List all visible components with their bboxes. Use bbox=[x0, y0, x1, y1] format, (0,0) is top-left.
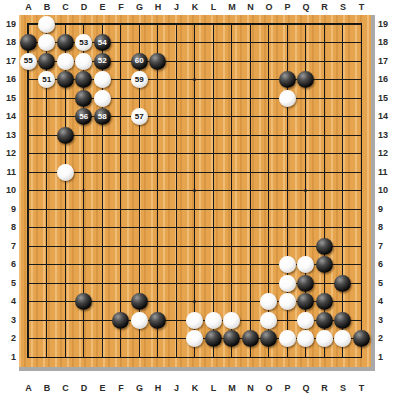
intersection-F4[interactable] bbox=[112, 293, 131, 312]
intersection-P4[interactable] bbox=[278, 293, 297, 312]
intersection-D6[interactable] bbox=[75, 256, 94, 275]
intersection-H12[interactable] bbox=[149, 145, 168, 164]
intersection-F10[interactable] bbox=[112, 182, 131, 201]
intersection-G16[interactable]: 59 bbox=[130, 71, 149, 90]
intersection-Q10[interactable] bbox=[297, 182, 316, 201]
intersection-K17[interactable] bbox=[186, 52, 205, 71]
intersection-G2[interactable] bbox=[130, 330, 149, 349]
intersection-P11[interactable] bbox=[278, 163, 297, 182]
intersection-R15[interactable] bbox=[315, 89, 334, 108]
intersection-F13[interactable] bbox=[112, 126, 131, 145]
intersection-C7[interactable] bbox=[56, 237, 75, 256]
intersection-H9[interactable] bbox=[149, 200, 168, 219]
intersection-O15[interactable] bbox=[260, 89, 279, 108]
intersection-B15[interactable] bbox=[38, 89, 57, 108]
intersection-J1[interactable] bbox=[167, 348, 186, 367]
intersection-D12[interactable] bbox=[75, 145, 94, 164]
intersection-O17[interactable] bbox=[260, 52, 279, 71]
intersection-P14[interactable] bbox=[278, 108, 297, 127]
intersection-T11[interactable] bbox=[352, 163, 371, 182]
intersection-J7[interactable] bbox=[167, 237, 186, 256]
intersection-L2[interactable] bbox=[204, 330, 223, 349]
intersection-B10[interactable] bbox=[38, 182, 57, 201]
intersection-N11[interactable] bbox=[241, 163, 260, 182]
intersection-N13[interactable] bbox=[241, 126, 260, 145]
intersection-G7[interactable] bbox=[130, 237, 149, 256]
intersection-M4[interactable] bbox=[223, 293, 242, 312]
intersection-Q7[interactable] bbox=[297, 237, 316, 256]
intersection-Q14[interactable] bbox=[297, 108, 316, 127]
intersection-T17[interactable] bbox=[352, 52, 371, 71]
intersection-E11[interactable] bbox=[93, 163, 112, 182]
intersection-K15[interactable] bbox=[186, 89, 205, 108]
intersection-G5[interactable] bbox=[130, 274, 149, 293]
intersection-R18[interactable] bbox=[315, 34, 334, 53]
intersection-E5[interactable] bbox=[93, 274, 112, 293]
intersection-A9[interactable] bbox=[19, 200, 38, 219]
intersection-N1[interactable] bbox=[241, 348, 260, 367]
intersection-K14[interactable] bbox=[186, 108, 205, 127]
intersection-P3[interactable] bbox=[278, 311, 297, 330]
intersection-E18[interactable]: 54 bbox=[93, 34, 112, 53]
intersection-T18[interactable] bbox=[352, 34, 371, 53]
intersection-L16[interactable] bbox=[204, 71, 223, 90]
intersection-J17[interactable] bbox=[167, 52, 186, 71]
intersection-Q4[interactable] bbox=[297, 293, 316, 312]
intersection-G14[interactable]: 57 bbox=[130, 108, 149, 127]
intersection-H11[interactable] bbox=[149, 163, 168, 182]
intersection-M11[interactable] bbox=[223, 163, 242, 182]
intersection-Q8[interactable] bbox=[297, 219, 316, 238]
intersection-G9[interactable] bbox=[130, 200, 149, 219]
intersection-L7[interactable] bbox=[204, 237, 223, 256]
intersection-P7[interactable] bbox=[278, 237, 297, 256]
intersection-L3[interactable] bbox=[204, 311, 223, 330]
intersection-E19[interactable] bbox=[93, 15, 112, 34]
intersection-K10[interactable] bbox=[186, 182, 205, 201]
intersection-O13[interactable] bbox=[260, 126, 279, 145]
intersection-O12[interactable] bbox=[260, 145, 279, 164]
intersection-A6[interactable] bbox=[19, 256, 38, 275]
intersection-N2[interactable] bbox=[241, 330, 260, 349]
intersection-B4[interactable] bbox=[38, 293, 57, 312]
intersection-P13[interactable] bbox=[278, 126, 297, 145]
intersection-C10[interactable] bbox=[56, 182, 75, 201]
intersection-Q16[interactable] bbox=[297, 71, 316, 90]
intersection-J11[interactable] bbox=[167, 163, 186, 182]
intersection-P16[interactable] bbox=[278, 71, 297, 90]
intersection-R2[interactable] bbox=[315, 330, 334, 349]
intersection-T19[interactable] bbox=[352, 15, 371, 34]
intersection-K18[interactable] bbox=[186, 34, 205, 53]
intersection-C17[interactable] bbox=[56, 52, 75, 71]
intersection-C12[interactable] bbox=[56, 145, 75, 164]
intersection-M12[interactable] bbox=[223, 145, 242, 164]
intersection-S19[interactable] bbox=[334, 15, 353, 34]
intersection-D18[interactable]: 53 bbox=[75, 34, 94, 53]
intersection-O18[interactable] bbox=[260, 34, 279, 53]
intersection-B7[interactable] bbox=[38, 237, 57, 256]
intersection-S6[interactable] bbox=[334, 256, 353, 275]
intersection-R5[interactable] bbox=[315, 274, 334, 293]
intersection-D5[interactable] bbox=[75, 274, 94, 293]
intersection-J8[interactable] bbox=[167, 219, 186, 238]
intersection-S10[interactable] bbox=[334, 182, 353, 201]
intersection-K8[interactable] bbox=[186, 219, 205, 238]
intersection-J15[interactable] bbox=[167, 89, 186, 108]
intersection-J9[interactable] bbox=[167, 200, 186, 219]
intersection-R12[interactable] bbox=[315, 145, 334, 164]
intersection-B8[interactable] bbox=[38, 219, 57, 238]
intersection-Q17[interactable] bbox=[297, 52, 316, 71]
intersection-A10[interactable] bbox=[19, 182, 38, 201]
intersection-N5[interactable] bbox=[241, 274, 260, 293]
intersection-C5[interactable] bbox=[56, 274, 75, 293]
intersection-Q13[interactable] bbox=[297, 126, 316, 145]
intersection-E12[interactable] bbox=[93, 145, 112, 164]
intersection-B17[interactable] bbox=[38, 52, 57, 71]
intersection-R6[interactable] bbox=[315, 256, 334, 275]
intersection-E13[interactable] bbox=[93, 126, 112, 145]
intersection-C11[interactable] bbox=[56, 163, 75, 182]
intersection-K2[interactable] bbox=[186, 330, 205, 349]
intersection-R7[interactable] bbox=[315, 237, 334, 256]
intersection-B6[interactable] bbox=[38, 256, 57, 275]
intersection-E6[interactable] bbox=[93, 256, 112, 275]
intersection-Q19[interactable] bbox=[297, 15, 316, 34]
intersection-S5[interactable] bbox=[334, 274, 353, 293]
intersection-T2[interactable] bbox=[352, 330, 371, 349]
intersection-O16[interactable] bbox=[260, 71, 279, 90]
intersection-G12[interactable] bbox=[130, 145, 149, 164]
intersection-A2[interactable] bbox=[19, 330, 38, 349]
intersection-N19[interactable] bbox=[241, 15, 260, 34]
intersection-S7[interactable] bbox=[334, 237, 353, 256]
intersection-H19[interactable] bbox=[149, 15, 168, 34]
intersection-G13[interactable] bbox=[130, 126, 149, 145]
intersection-J3[interactable] bbox=[167, 311, 186, 330]
intersection-R4[interactable] bbox=[315, 293, 334, 312]
intersection-C16[interactable] bbox=[56, 71, 75, 90]
intersection-L11[interactable] bbox=[204, 163, 223, 182]
intersection-F19[interactable] bbox=[112, 15, 131, 34]
intersection-L14[interactable] bbox=[204, 108, 223, 127]
intersection-F2[interactable] bbox=[112, 330, 131, 349]
intersection-R8[interactable] bbox=[315, 219, 334, 238]
intersection-R14[interactable] bbox=[315, 108, 334, 127]
intersection-E4[interactable] bbox=[93, 293, 112, 312]
intersection-T15[interactable] bbox=[352, 89, 371, 108]
intersection-M2[interactable] bbox=[223, 330, 242, 349]
intersection-P2[interactable] bbox=[278, 330, 297, 349]
intersection-D13[interactable] bbox=[75, 126, 94, 145]
intersection-H15[interactable] bbox=[149, 89, 168, 108]
intersection-A13[interactable] bbox=[19, 126, 38, 145]
intersection-D2[interactable] bbox=[75, 330, 94, 349]
intersection-S11[interactable] bbox=[334, 163, 353, 182]
intersection-P5[interactable] bbox=[278, 274, 297, 293]
intersection-N4[interactable] bbox=[241, 293, 260, 312]
intersection-M15[interactable] bbox=[223, 89, 242, 108]
intersection-K4[interactable] bbox=[186, 293, 205, 312]
intersection-H10[interactable] bbox=[149, 182, 168, 201]
intersection-F6[interactable] bbox=[112, 256, 131, 275]
intersection-T1[interactable] bbox=[352, 348, 371, 367]
intersection-D1[interactable] bbox=[75, 348, 94, 367]
intersection-L5[interactable] bbox=[204, 274, 223, 293]
intersection-F14[interactable] bbox=[112, 108, 131, 127]
intersection-F17[interactable] bbox=[112, 52, 131, 71]
intersection-D17[interactable] bbox=[75, 52, 94, 71]
intersection-R16[interactable] bbox=[315, 71, 334, 90]
intersection-O6[interactable] bbox=[260, 256, 279, 275]
intersection-J19[interactable] bbox=[167, 15, 186, 34]
intersection-C6[interactable] bbox=[56, 256, 75, 275]
intersection-E9[interactable] bbox=[93, 200, 112, 219]
intersection-O5[interactable] bbox=[260, 274, 279, 293]
intersection-E14[interactable]: 58 bbox=[93, 108, 112, 127]
intersection-F9[interactable] bbox=[112, 200, 131, 219]
intersection-H13[interactable] bbox=[149, 126, 168, 145]
intersection-H16[interactable] bbox=[149, 71, 168, 90]
intersection-S12[interactable] bbox=[334, 145, 353, 164]
intersection-Q11[interactable] bbox=[297, 163, 316, 182]
intersection-H4[interactable] bbox=[149, 293, 168, 312]
intersection-O11[interactable] bbox=[260, 163, 279, 182]
intersection-S2[interactable] bbox=[334, 330, 353, 349]
intersection-M1[interactable] bbox=[223, 348, 242, 367]
intersection-F18[interactable] bbox=[112, 34, 131, 53]
intersection-H18[interactable] bbox=[149, 34, 168, 53]
intersection-C18[interactable] bbox=[56, 34, 75, 53]
intersection-G8[interactable] bbox=[130, 219, 149, 238]
intersection-B18[interactable] bbox=[38, 34, 57, 53]
intersection-A1[interactable] bbox=[19, 348, 38, 367]
intersection-N18[interactable] bbox=[241, 34, 260, 53]
intersection-S8[interactable] bbox=[334, 219, 353, 238]
intersection-C1[interactable] bbox=[56, 348, 75, 367]
intersection-T13[interactable] bbox=[352, 126, 371, 145]
intersection-O4[interactable] bbox=[260, 293, 279, 312]
intersection-C3[interactable] bbox=[56, 311, 75, 330]
intersection-D15[interactable] bbox=[75, 89, 94, 108]
intersection-F8[interactable] bbox=[112, 219, 131, 238]
intersection-M19[interactable] bbox=[223, 15, 242, 34]
intersection-A18[interactable] bbox=[19, 34, 38, 53]
intersection-H17[interactable] bbox=[149, 52, 168, 71]
intersection-E8[interactable] bbox=[93, 219, 112, 238]
intersection-E15[interactable] bbox=[93, 89, 112, 108]
intersection-P18[interactable] bbox=[278, 34, 297, 53]
intersection-D16[interactable] bbox=[75, 71, 94, 90]
intersection-R13[interactable] bbox=[315, 126, 334, 145]
intersection-L1[interactable] bbox=[204, 348, 223, 367]
intersection-O2[interactable] bbox=[260, 330, 279, 349]
intersection-K13[interactable] bbox=[186, 126, 205, 145]
intersection-B2[interactable] bbox=[38, 330, 57, 349]
intersection-L6[interactable] bbox=[204, 256, 223, 275]
intersection-G1[interactable] bbox=[130, 348, 149, 367]
intersection-A11[interactable] bbox=[19, 163, 38, 182]
intersection-E1[interactable] bbox=[93, 348, 112, 367]
intersection-C8[interactable] bbox=[56, 219, 75, 238]
intersection-N16[interactable] bbox=[241, 71, 260, 90]
intersection-E2[interactable] bbox=[93, 330, 112, 349]
intersection-T8[interactable] bbox=[352, 219, 371, 238]
intersection-H6[interactable] bbox=[149, 256, 168, 275]
intersection-N3[interactable] bbox=[241, 311, 260, 330]
intersection-C2[interactable] bbox=[56, 330, 75, 349]
intersection-S1[interactable] bbox=[334, 348, 353, 367]
intersection-L13[interactable] bbox=[204, 126, 223, 145]
intersection-P19[interactable] bbox=[278, 15, 297, 34]
intersection-M6[interactable] bbox=[223, 256, 242, 275]
intersection-T3[interactable] bbox=[352, 311, 371, 330]
intersection-J18[interactable] bbox=[167, 34, 186, 53]
intersection-M14[interactable] bbox=[223, 108, 242, 127]
intersection-J12[interactable] bbox=[167, 145, 186, 164]
intersection-Q1[interactable] bbox=[297, 348, 316, 367]
intersection-N9[interactable] bbox=[241, 200, 260, 219]
intersection-H3[interactable] bbox=[149, 311, 168, 330]
intersection-B14[interactable] bbox=[38, 108, 57, 127]
intersection-T6[interactable] bbox=[352, 256, 371, 275]
intersection-D3[interactable] bbox=[75, 311, 94, 330]
intersection-O8[interactable] bbox=[260, 219, 279, 238]
intersection-C4[interactable] bbox=[56, 293, 75, 312]
intersection-D19[interactable] bbox=[75, 15, 94, 34]
intersection-O9[interactable] bbox=[260, 200, 279, 219]
intersection-Q12[interactable] bbox=[297, 145, 316, 164]
intersection-G6[interactable] bbox=[130, 256, 149, 275]
intersection-C14[interactable] bbox=[56, 108, 75, 127]
intersection-L12[interactable] bbox=[204, 145, 223, 164]
intersection-J6[interactable] bbox=[167, 256, 186, 275]
intersection-G15[interactable] bbox=[130, 89, 149, 108]
intersection-H8[interactable] bbox=[149, 219, 168, 238]
intersection-B5[interactable] bbox=[38, 274, 57, 293]
intersection-T5[interactable] bbox=[352, 274, 371, 293]
intersection-B19[interactable] bbox=[38, 15, 57, 34]
intersection-K12[interactable] bbox=[186, 145, 205, 164]
intersection-B12[interactable] bbox=[38, 145, 57, 164]
intersection-F7[interactable] bbox=[112, 237, 131, 256]
intersection-J10[interactable] bbox=[167, 182, 186, 201]
intersection-O3[interactable] bbox=[260, 311, 279, 330]
intersection-N6[interactable] bbox=[241, 256, 260, 275]
intersection-C9[interactable] bbox=[56, 200, 75, 219]
intersection-N15[interactable] bbox=[241, 89, 260, 108]
intersection-L8[interactable] bbox=[204, 219, 223, 238]
intersection-M13[interactable] bbox=[223, 126, 242, 145]
intersection-L9[interactable] bbox=[204, 200, 223, 219]
intersection-B13[interactable] bbox=[38, 126, 57, 145]
intersection-P1[interactable] bbox=[278, 348, 297, 367]
intersection-A3[interactable] bbox=[19, 311, 38, 330]
intersection-D10[interactable] bbox=[75, 182, 94, 201]
intersection-H14[interactable] bbox=[149, 108, 168, 127]
intersection-Q18[interactable] bbox=[297, 34, 316, 53]
intersection-A4[interactable] bbox=[19, 293, 38, 312]
intersection-S15[interactable] bbox=[334, 89, 353, 108]
intersection-K5[interactable] bbox=[186, 274, 205, 293]
intersection-R11[interactable] bbox=[315, 163, 334, 182]
intersection-G18[interactable] bbox=[130, 34, 149, 53]
intersection-E17[interactable]: 52 bbox=[93, 52, 112, 71]
intersection-K1[interactable] bbox=[186, 348, 205, 367]
intersection-O1[interactable] bbox=[260, 348, 279, 367]
intersection-D11[interactable] bbox=[75, 163, 94, 182]
intersection-O14[interactable] bbox=[260, 108, 279, 127]
intersection-F5[interactable] bbox=[112, 274, 131, 293]
intersection-S13[interactable] bbox=[334, 126, 353, 145]
intersection-A17[interactable]: 55 bbox=[19, 52, 38, 71]
intersection-A16[interactable] bbox=[19, 71, 38, 90]
intersection-K16[interactable] bbox=[186, 71, 205, 90]
intersection-L17[interactable] bbox=[204, 52, 223, 71]
intersection-N17[interactable] bbox=[241, 52, 260, 71]
intersection-S16[interactable] bbox=[334, 71, 353, 90]
intersection-A15[interactable] bbox=[19, 89, 38, 108]
intersection-G10[interactable] bbox=[130, 182, 149, 201]
intersection-L19[interactable] bbox=[204, 15, 223, 34]
intersection-E10[interactable] bbox=[93, 182, 112, 201]
intersection-A14[interactable] bbox=[19, 108, 38, 127]
intersection-K19[interactable] bbox=[186, 15, 205, 34]
intersection-P17[interactable] bbox=[278, 52, 297, 71]
intersection-F15[interactable] bbox=[112, 89, 131, 108]
intersection-D4[interactable] bbox=[75, 293, 94, 312]
intersection-D9[interactable] bbox=[75, 200, 94, 219]
intersection-C13[interactable] bbox=[56, 126, 75, 145]
intersection-N12[interactable] bbox=[241, 145, 260, 164]
intersection-L18[interactable] bbox=[204, 34, 223, 53]
intersection-B9[interactable] bbox=[38, 200, 57, 219]
intersection-B16[interactable]: 51 bbox=[38, 71, 57, 90]
intersection-K7[interactable] bbox=[186, 237, 205, 256]
intersection-H2[interactable] bbox=[149, 330, 168, 349]
intersection-K6[interactable] bbox=[186, 256, 205, 275]
intersection-Q15[interactable] bbox=[297, 89, 316, 108]
intersection-J4[interactable] bbox=[167, 293, 186, 312]
intersection-F12[interactable] bbox=[112, 145, 131, 164]
intersection-F3[interactable] bbox=[112, 311, 131, 330]
intersection-N14[interactable] bbox=[241, 108, 260, 127]
intersection-P15[interactable] bbox=[278, 89, 297, 108]
intersection-S18[interactable] bbox=[334, 34, 353, 53]
intersection-R19[interactable] bbox=[315, 15, 334, 34]
intersection-N7[interactable] bbox=[241, 237, 260, 256]
intersection-Q6[interactable] bbox=[297, 256, 316, 275]
intersection-S3[interactable] bbox=[334, 311, 353, 330]
intersection-L4[interactable] bbox=[204, 293, 223, 312]
intersection-R10[interactable] bbox=[315, 182, 334, 201]
intersection-T10[interactable] bbox=[352, 182, 371, 201]
intersection-E16[interactable] bbox=[93, 71, 112, 90]
intersection-R9[interactable] bbox=[315, 200, 334, 219]
intersection-S17[interactable] bbox=[334, 52, 353, 71]
intersection-M8[interactable] bbox=[223, 219, 242, 238]
intersection-G4[interactable] bbox=[130, 293, 149, 312]
intersection-A8[interactable] bbox=[19, 219, 38, 238]
intersection-M17[interactable] bbox=[223, 52, 242, 71]
intersection-T9[interactable] bbox=[352, 200, 371, 219]
intersection-D14[interactable]: 56 bbox=[75, 108, 94, 127]
intersection-H7[interactable] bbox=[149, 237, 168, 256]
intersection-S9[interactable] bbox=[334, 200, 353, 219]
intersection-A19[interactable] bbox=[19, 15, 38, 34]
intersection-P6[interactable] bbox=[278, 256, 297, 275]
